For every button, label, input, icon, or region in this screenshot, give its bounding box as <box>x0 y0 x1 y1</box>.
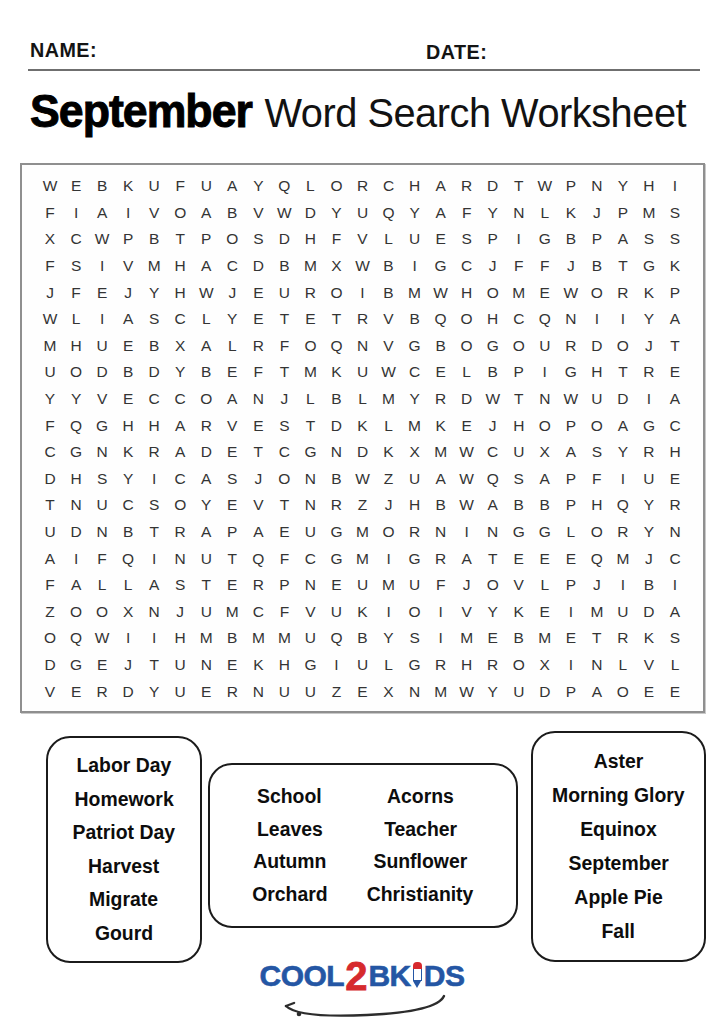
grid-cell[interactable]: W <box>454 439 480 466</box>
grid-cell[interactable]: T <box>662 333 688 360</box>
grid-cell[interactable]: G <box>402 333 428 360</box>
grid-cell[interactable]: K <box>636 625 662 652</box>
grid-cell[interactable]: P <box>480 226 506 253</box>
grid-cell[interactable]: H <box>141 412 167 439</box>
grid-cell[interactable]: N <box>323 439 349 466</box>
grid-cell[interactable]: N <box>428 519 454 546</box>
grid-cell[interactable]: I <box>141 625 167 652</box>
grid-cell[interactable]: Y <box>245 173 271 200</box>
grid-cell[interactable]: J <box>271 386 297 413</box>
grid-cell[interactable]: E <box>63 678 89 705</box>
grid-cell[interactable]: T <box>37 492 63 519</box>
grid-cell[interactable]: W <box>89 625 115 652</box>
grid-cell[interactable]: B <box>532 492 558 519</box>
grid-cell[interactable]: M <box>402 279 428 306</box>
grid-cell[interactable]: V <box>454 599 480 626</box>
grid-cell[interactable]: A <box>558 439 584 466</box>
grid-cell[interactable]: O <box>454 333 480 360</box>
grid-cell[interactable]: F <box>584 466 610 493</box>
grid-cell[interactable]: G <box>558 359 584 386</box>
grid-cell[interactable]: R <box>662 492 688 519</box>
grid-cell[interactable]: M <box>219 599 245 626</box>
grid-cell[interactable]: F <box>428 572 454 599</box>
grid-cell[interactable]: B <box>219 200 245 227</box>
grid-cell[interactable]: C <box>662 545 688 572</box>
grid-cell[interactable]: V <box>115 253 141 280</box>
grid-cell[interactable]: N <box>532 386 558 413</box>
grid-cell[interactable]: I <box>506 226 532 253</box>
grid-cell[interactable]: R <box>297 279 323 306</box>
grid-cell[interactable]: J <box>115 652 141 679</box>
grid-cell[interactable]: Y <box>115 466 141 493</box>
grid-cell[interactable]: B <box>141 333 167 360</box>
grid-cell[interactable]: J <box>636 333 662 360</box>
grid-cell[interactable]: E <box>115 386 141 413</box>
grid-cell[interactable]: W <box>454 678 480 705</box>
grid-cell[interactable]: Y <box>480 200 506 227</box>
grid-cell[interactable]: U <box>349 652 375 679</box>
grid-cell[interactable]: B <box>558 226 584 253</box>
grid-cell[interactable]: Y <box>610 173 636 200</box>
grid-cell[interactable]: N <box>349 333 375 360</box>
grid-cell[interactable]: D <box>323 412 349 439</box>
grid-cell[interactable]: E <box>662 359 688 386</box>
grid-cell[interactable]: O <box>480 572 506 599</box>
grid-cell[interactable]: I <box>558 652 584 679</box>
grid-cell[interactable]: G <box>63 652 89 679</box>
grid-cell[interactable]: B <box>402 306 428 333</box>
grid-cell[interactable]: S <box>454 226 480 253</box>
grid-cell[interactable]: O <box>63 359 89 386</box>
grid-cell[interactable]: A <box>89 200 115 227</box>
grid-cell[interactable]: R <box>193 412 219 439</box>
grid-cell[interactable]: Z <box>376 466 402 493</box>
grid-cell[interactable]: K <box>428 412 454 439</box>
grid-cell[interactable]: C <box>37 439 63 466</box>
grid-cell[interactable]: M <box>376 572 402 599</box>
grid-cell[interactable]: Y <box>37 386 63 413</box>
grid-cell[interactable]: G <box>63 439 89 466</box>
grid-cell[interactable]: B <box>349 625 375 652</box>
grid-cell[interactable]: H <box>297 226 323 253</box>
grid-cell[interactable]: G <box>480 333 506 360</box>
grid-cell[interactable]: A <box>37 545 63 572</box>
grid-cell[interactable]: R <box>428 545 454 572</box>
grid-cell[interactable]: N <box>558 306 584 333</box>
grid-cell[interactable]: O <box>610 678 636 705</box>
grid-cell[interactable]: W <box>454 466 480 493</box>
grid-cell[interactable]: R <box>349 306 375 333</box>
grid-cell[interactable]: F <box>532 253 558 280</box>
grid-cell[interactable]: A <box>115 306 141 333</box>
grid-cell[interactable]: O <box>297 333 323 360</box>
grid-cell[interactable]: D <box>37 652 63 679</box>
grid-cell[interactable]: Q <box>376 200 402 227</box>
grid-cell[interactable]: A <box>532 466 558 493</box>
grid-cell[interactable]: A <box>610 226 636 253</box>
grid-cell[interactable]: G <box>89 412 115 439</box>
grid-cell[interactable]: Q <box>271 173 297 200</box>
grid-cell[interactable]: F <box>454 200 480 227</box>
grid-cell[interactable]: C <box>376 173 402 200</box>
grid-cell[interactable]: Q <box>428 306 454 333</box>
grid-cell[interactable]: A <box>193 200 219 227</box>
grid-cell[interactable]: L <box>610 652 636 679</box>
grid-cell[interactable]: E <box>245 279 271 306</box>
grid-cell[interactable]: U <box>506 439 532 466</box>
grid-cell[interactable]: T <box>584 625 610 652</box>
grid-cell[interactable]: E <box>662 678 688 705</box>
grid-cell[interactable]: R <box>167 519 193 546</box>
grid-cell[interactable]: Q <box>63 412 89 439</box>
grid-cell[interactable]: E <box>558 625 584 652</box>
grid-cell[interactable]: P <box>662 279 688 306</box>
grid-cell[interactable]: I <box>428 599 454 626</box>
grid-cell[interactable]: A <box>141 572 167 599</box>
grid-cell[interactable]: R <box>323 492 349 519</box>
grid-cell[interactable]: A <box>584 678 610 705</box>
grid-cell[interactable]: D <box>297 200 323 227</box>
grid-cell[interactable]: B <box>480 359 506 386</box>
grid-cell[interactable]: E <box>662 466 688 493</box>
grid-cell[interactable]: D <box>89 359 115 386</box>
grid-cell[interactable]: S <box>141 306 167 333</box>
grid-cell[interactable]: Q <box>584 545 610 572</box>
grid-cell[interactable]: Y <box>376 625 402 652</box>
grid-cell[interactable]: H <box>271 652 297 679</box>
grid-cell[interactable]: S <box>141 492 167 519</box>
grid-cell[interactable]: E <box>532 545 558 572</box>
grid-cell[interactable]: F <box>37 412 63 439</box>
grid-cell[interactable]: O <box>167 200 193 227</box>
grid-cell[interactable]: N <box>297 492 323 519</box>
grid-cell[interactable]: O <box>506 652 532 679</box>
grid-cell[interactable]: J <box>167 599 193 626</box>
grid-cell[interactable]: Q <box>610 492 636 519</box>
grid-cell[interactable]: C <box>402 359 428 386</box>
grid-cell[interactable]: I <box>89 253 115 280</box>
grid-cell[interactable]: L <box>115 572 141 599</box>
grid-cell[interactable]: W <box>454 492 480 519</box>
grid-cell[interactable]: K <box>349 599 375 626</box>
grid-cell[interactable]: U <box>89 333 115 360</box>
grid-cell[interactable]: E <box>219 492 245 519</box>
grid-cell[interactable]: W <box>89 226 115 253</box>
grid-cell[interactable]: V <box>376 333 402 360</box>
grid-cell[interactable]: D <box>480 173 506 200</box>
grid-cell[interactable]: T <box>219 545 245 572</box>
grid-cell[interactable]: I <box>610 572 636 599</box>
grid-cell[interactable]: G <box>532 226 558 253</box>
grid-cell[interactable]: H <box>584 492 610 519</box>
grid-cell[interactable]: V <box>219 412 245 439</box>
grid-cell[interactable]: C <box>506 306 532 333</box>
grid-cell[interactable]: G <box>506 519 532 546</box>
grid-cell[interactable]: B <box>506 492 532 519</box>
grid-cell[interactable]: M <box>402 412 428 439</box>
grid-cell[interactable]: Y <box>167 359 193 386</box>
grid-cell[interactable]: S <box>662 200 688 227</box>
grid-cell[interactable]: N <box>89 519 115 546</box>
grid-cell[interactable]: I <box>376 545 402 572</box>
grid-cell[interactable]: H <box>167 625 193 652</box>
grid-cell[interactable]: L <box>193 306 219 333</box>
grid-cell[interactable]: R <box>89 678 115 705</box>
grid-cell[interactable]: E <box>323 572 349 599</box>
grid-cell[interactable]: N <box>245 386 271 413</box>
grid-cell[interactable]: T <box>271 306 297 333</box>
grid-cell[interactable]: K <box>636 279 662 306</box>
grid-cell[interactable]: R <box>245 572 271 599</box>
grid-cell[interactable]: T <box>193 572 219 599</box>
grid-cell[interactable]: T <box>245 439 271 466</box>
grid-cell[interactable]: U <box>167 652 193 679</box>
grid-cell[interactable]: W <box>376 359 402 386</box>
grid-cell[interactable]: O <box>37 625 63 652</box>
grid-cell[interactable]: W <box>349 466 375 493</box>
grid-cell[interactable]: I <box>141 466 167 493</box>
grid-cell[interactable]: W <box>558 386 584 413</box>
grid-cell[interactable]: N <box>584 173 610 200</box>
grid-cell[interactable]: Y <box>402 386 428 413</box>
grid-cell[interactable]: I <box>428 625 454 652</box>
grid-cell[interactable]: J <box>584 200 610 227</box>
grid-cell[interactable]: Y <box>193 492 219 519</box>
grid-cell[interactable]: W <box>349 253 375 280</box>
grid-cell[interactable]: X <box>402 439 428 466</box>
grid-cell[interactable]: L <box>558 519 584 546</box>
grid-cell[interactable]: N <box>297 466 323 493</box>
grid-cell[interactable]: Z <box>349 492 375 519</box>
grid-cell[interactable]: A <box>193 333 219 360</box>
grid-cell[interactable]: U <box>297 519 323 546</box>
grid-cell[interactable]: H <box>662 439 688 466</box>
grid-cell[interactable]: E <box>89 652 115 679</box>
grid-cell[interactable]: U <box>271 279 297 306</box>
grid-cell[interactable]: D <box>349 439 375 466</box>
grid-cell[interactable]: R <box>480 652 506 679</box>
grid-cell[interactable]: J <box>37 279 63 306</box>
grid-cell[interactable]: E <box>115 333 141 360</box>
grid-cell[interactable]: P <box>558 492 584 519</box>
grid-cell[interactable]: D <box>532 678 558 705</box>
grid-cell[interactable]: R <box>636 439 662 466</box>
grid-cell[interactable]: U <box>402 466 428 493</box>
grid-cell[interactable]: U <box>349 572 375 599</box>
grid-cell[interactable]: Y <box>636 492 662 519</box>
grid-cell[interactable]: E <box>428 226 454 253</box>
grid-cell[interactable]: I <box>662 173 688 200</box>
grid-cell[interactable]: O <box>219 226 245 253</box>
grid-cell[interactable]: E <box>532 599 558 626</box>
grid-cell[interactable]: E <box>271 519 297 546</box>
grid-cell[interactable]: I <box>532 359 558 386</box>
grid-cell[interactable]: D <box>610 386 636 413</box>
grid-cell[interactable]: O <box>376 519 402 546</box>
grid-cell[interactable]: D <box>115 678 141 705</box>
grid-cell[interactable]: S <box>662 625 688 652</box>
grid-cell[interactable]: K <box>349 412 375 439</box>
grid-cell[interactable]: D <box>63 519 89 546</box>
grid-cell[interactable]: H <box>454 279 480 306</box>
grid-cell[interactable]: K <box>662 253 688 280</box>
grid-cell[interactable]: M <box>297 253 323 280</box>
grid-cell[interactable]: X <box>532 439 558 466</box>
grid-cell[interactable]: A <box>662 386 688 413</box>
grid-cell[interactable]: E <box>558 545 584 572</box>
grid-cell[interactable]: M <box>193 625 219 652</box>
grid-cell[interactable]: I <box>63 545 89 572</box>
grid-cell[interactable]: P <box>558 412 584 439</box>
grid-cell[interactable]: U <box>349 359 375 386</box>
grid-cell[interactable]: U <box>271 678 297 705</box>
grid-cell[interactable]: W <box>532 173 558 200</box>
grid-cell[interactable]: O <box>323 279 349 306</box>
grid-cell[interactable]: O <box>167 492 193 519</box>
grid-cell[interactable]: O <box>63 599 89 626</box>
grid-cell[interactable]: I <box>376 599 402 626</box>
grid-cell[interactable]: A <box>63 572 89 599</box>
grid-cell[interactable]: A <box>428 173 454 200</box>
logo-cool2bkids[interactable]: COOL 2 BK DS <box>0 956 724 1019</box>
grid-cell[interactable]: V <box>349 226 375 253</box>
grid-cell[interactable]: H <box>63 333 89 360</box>
grid-cell[interactable]: E <box>428 359 454 386</box>
grid-cell[interactable]: Y <box>636 519 662 546</box>
grid-cell[interactable]: G <box>297 652 323 679</box>
grid-cell[interactable]: N <box>89 439 115 466</box>
grid-cell[interactable]: P <box>610 200 636 227</box>
grid-cell[interactable]: U <box>402 226 428 253</box>
grid-cell[interactable]: K <box>115 173 141 200</box>
grid-cell[interactable]: X <box>37 226 63 253</box>
grid-cell[interactable]: Y <box>323 200 349 227</box>
grid-cell[interactable]: H <box>63 466 89 493</box>
grid-cell[interactable]: W <box>37 173 63 200</box>
grid-cell[interactable]: B <box>428 333 454 360</box>
grid-cell[interactable]: Q <box>115 545 141 572</box>
grid-cell[interactable]: A <box>167 412 193 439</box>
grid-cell[interactable]: C <box>662 412 688 439</box>
grid-cell[interactable]: V <box>141 200 167 227</box>
grid-cell[interactable]: J <box>480 253 506 280</box>
grid-cell[interactable]: M <box>376 386 402 413</box>
grid-cell[interactable]: Q <box>63 625 89 652</box>
grid-cell[interactable]: B <box>376 253 402 280</box>
grid-cell[interactable]: P <box>193 226 219 253</box>
grid-cell[interactable]: Y <box>141 279 167 306</box>
grid-cell[interactable]: Q <box>532 306 558 333</box>
grid-cell[interactable]: I <box>636 386 662 413</box>
grid-cell[interactable]: R <box>610 519 636 546</box>
grid-cell[interactable]: F <box>89 545 115 572</box>
grid-cell[interactable]: U <box>402 572 428 599</box>
grid-cell[interactable]: U <box>297 625 323 652</box>
grid-cell[interactable]: H <box>167 253 193 280</box>
grid-cell[interactable]: A <box>245 519 271 546</box>
grid-cell[interactable]: B <box>115 519 141 546</box>
grid-cell[interactable]: K <box>506 599 532 626</box>
grid-cell[interactable]: O <box>402 599 428 626</box>
grid-cell[interactable]: R <box>141 439 167 466</box>
grid-cell[interactable]: F <box>37 572 63 599</box>
grid-cell[interactable]: U <box>193 545 219 572</box>
grid-cell[interactable]: R <box>428 652 454 679</box>
grid-cell[interactable]: T <box>506 386 532 413</box>
grid-cell[interactable]: U <box>636 466 662 493</box>
grid-cell[interactable]: I <box>89 306 115 333</box>
grid-cell[interactable]: F <box>37 200 63 227</box>
grid-cell[interactable]: D <box>636 599 662 626</box>
grid-cell[interactable]: T <box>610 359 636 386</box>
grid-cell[interactable]: L <box>219 333 245 360</box>
grid-cell[interactable]: B <box>115 359 141 386</box>
grid-cell[interactable]: M <box>297 359 323 386</box>
grid-cell[interactable]: I <box>662 572 688 599</box>
grid-cell[interactable]: S <box>636 226 662 253</box>
grid-cell[interactable]: J <box>584 572 610 599</box>
grid-cell[interactable]: W <box>558 279 584 306</box>
grid-cell[interactable]: B <box>141 226 167 253</box>
grid-cell[interactable]: Q <box>245 545 271 572</box>
grid-cell[interactable]: M <box>245 625 271 652</box>
grid-cell[interactable]: A <box>662 306 688 333</box>
grid-cell[interactable]: V <box>297 599 323 626</box>
grid-cell[interactable]: Y <box>610 439 636 466</box>
grid-cell[interactable]: C <box>141 386 167 413</box>
grid-cell[interactable]: S <box>89 466 115 493</box>
grid-cell[interactable]: N <box>297 572 323 599</box>
grid-cell[interactable]: T <box>506 173 532 200</box>
grid-cell[interactable]: M <box>454 625 480 652</box>
grid-cell[interactable]: Q <box>323 333 349 360</box>
grid-cell[interactable]: G <box>297 439 323 466</box>
grid-cell[interactable]: U <box>193 599 219 626</box>
grid-cell[interactable]: W <box>271 200 297 227</box>
grid-cell[interactable]: L <box>376 412 402 439</box>
grid-cell[interactable]: B <box>193 359 219 386</box>
grid-cell[interactable]: E <box>532 279 558 306</box>
grid-cell[interactable]: K <box>558 200 584 227</box>
grid-cell[interactable]: R <box>245 333 271 360</box>
grid-cell[interactable]: T <box>323 306 349 333</box>
grid-cell[interactable]: C <box>63 226 89 253</box>
grid-cell[interactable]: E <box>636 678 662 705</box>
grid-cell[interactable]: Y <box>480 599 506 626</box>
grid-cell[interactable]: A <box>662 599 688 626</box>
grid-cell[interactable]: E <box>454 412 480 439</box>
grid-cell[interactable]: L <box>89 572 115 599</box>
grid-cell[interactable]: I <box>402 253 428 280</box>
grid-cell[interactable]: D <box>141 359 167 386</box>
grid-cell[interactable]: L <box>376 652 402 679</box>
grid-cell[interactable]: P <box>558 572 584 599</box>
grid-cell[interactable]: L <box>376 226 402 253</box>
grid-cell[interactable]: U <box>37 519 63 546</box>
grid-cell[interactable]: J <box>480 412 506 439</box>
grid-cell[interactable]: U <box>532 333 558 360</box>
grid-cell[interactable]: E <box>506 545 532 572</box>
grid-cell[interactable]: W <box>37 306 63 333</box>
grid-cell[interactable]: I <box>558 599 584 626</box>
grid-cell[interactable]: W <box>428 279 454 306</box>
grid-cell[interactable]: N <box>63 492 89 519</box>
grid-cell[interactable]: S <box>219 466 245 493</box>
grid-cell[interactable]: N <box>141 599 167 626</box>
grid-cell[interactable]: X <box>532 652 558 679</box>
grid-cell[interactable]: K <box>323 359 349 386</box>
grid-cell[interactable]: G <box>532 519 558 546</box>
